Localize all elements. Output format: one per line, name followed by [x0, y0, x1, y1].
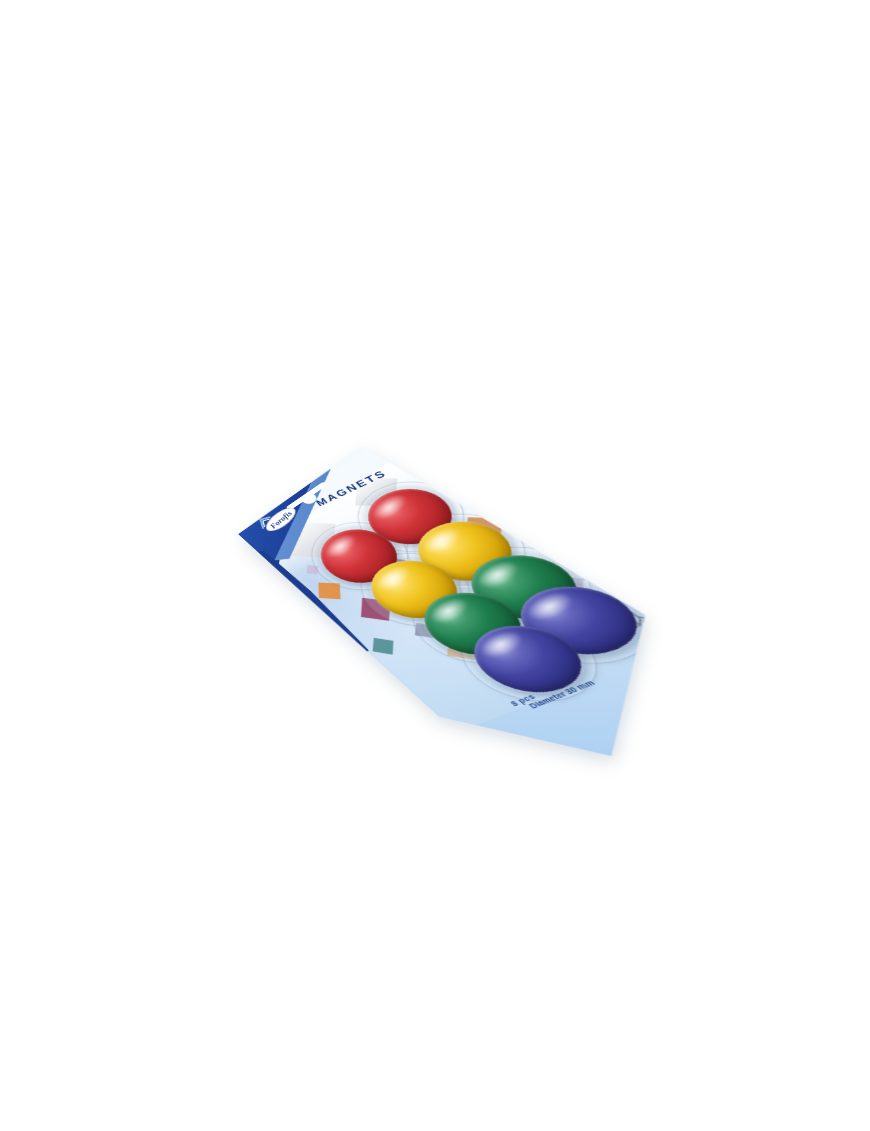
product-photo-stage: Forofis MAGNETS 8 pcs Diameter [0, 0, 870, 1131]
product-card: Forofis MAGNETS 8 pcs Diameter [236, 436, 789, 794]
card-shadow-wrap: Forofis MAGNETS 8 pcs Diameter [0, 0, 870, 1131]
